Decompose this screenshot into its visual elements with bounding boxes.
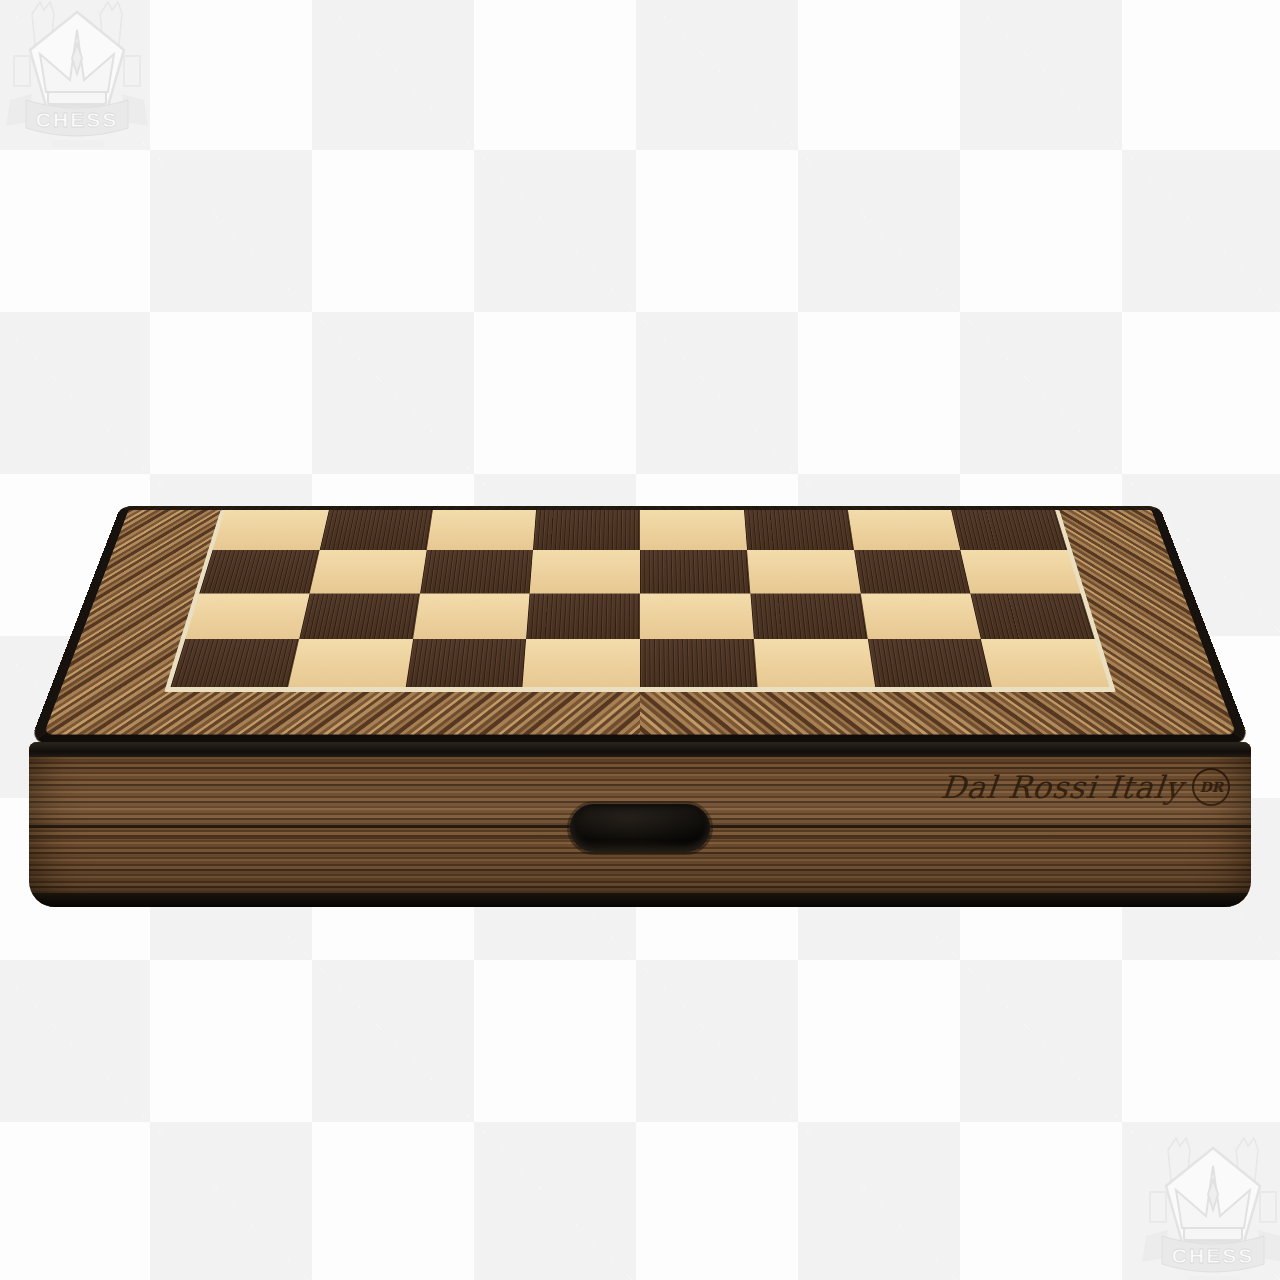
watermark-small-text-blur bbox=[50, 140, 104, 148]
board-square-dark bbox=[199, 550, 319, 593]
board-square-dark bbox=[951, 510, 1067, 550]
board-square-light bbox=[747, 550, 860, 593]
recessed-handle bbox=[570, 804, 710, 852]
board-square-light bbox=[185, 593, 309, 639]
board-grid bbox=[170, 510, 1109, 687]
board-square-dark bbox=[744, 510, 854, 550]
board-square-light bbox=[961, 550, 1081, 593]
board-square-dark bbox=[299, 593, 420, 639]
board-square-dark bbox=[420, 550, 533, 593]
chess-store-watermark-bottom-right: CHESS bbox=[1138, 1132, 1280, 1280]
board-square-light bbox=[288, 639, 413, 688]
lid-front-edge bbox=[29, 742, 1251, 757]
brand-signature-text: Dal Rossi Italy bbox=[939, 769, 1185, 805]
board-square-light bbox=[530, 550, 640, 593]
chess-store-watermark-top-left: CHESS bbox=[2, 0, 152, 156]
board-square-dark bbox=[526, 593, 640, 639]
board-square-dark bbox=[640, 550, 750, 593]
board-square-light bbox=[426, 510, 536, 550]
watermark-text: CHESS bbox=[1172, 1244, 1254, 1267]
brand-signature: Dal Rossi Italy DR bbox=[941, 768, 1230, 806]
board-square-light bbox=[213, 510, 329, 550]
board-box-front: Dal Rossi Italy DR bbox=[29, 742, 1251, 907]
board-square-light bbox=[981, 639, 1110, 688]
board-square-dark bbox=[854, 550, 971, 593]
watermark-small-text-blur bbox=[1186, 1276, 1240, 1280]
brand-monogram-seal: DR bbox=[1192, 768, 1230, 806]
board-square-dark bbox=[640, 639, 757, 688]
board-square-dark bbox=[405, 639, 526, 688]
brand-monogram-text: DR bbox=[1199, 779, 1223, 795]
board-box-lid-top bbox=[29, 506, 1251, 744]
board-square-light bbox=[640, 510, 747, 550]
board-square-dark bbox=[170, 639, 299, 688]
board-square-dark bbox=[970, 593, 1094, 639]
board-square-dark bbox=[533, 510, 640, 550]
board-square-light bbox=[413, 593, 530, 639]
board-square-light bbox=[860, 593, 981, 639]
board-square-dark bbox=[750, 593, 867, 639]
board-square-light bbox=[640, 593, 754, 639]
board-square-light bbox=[848, 510, 961, 550]
board-square-dark bbox=[319, 510, 432, 550]
board-square-light bbox=[754, 639, 875, 688]
product-photo-stage: CHESS CHESS bbox=[0, 0, 1280, 1280]
board-square-dark bbox=[867, 639, 992, 688]
board-square-light bbox=[523, 639, 640, 688]
watermark-text: CHESS bbox=[36, 108, 118, 131]
board-square-light bbox=[310, 550, 427, 593]
base-black-edge bbox=[29, 893, 1251, 907]
